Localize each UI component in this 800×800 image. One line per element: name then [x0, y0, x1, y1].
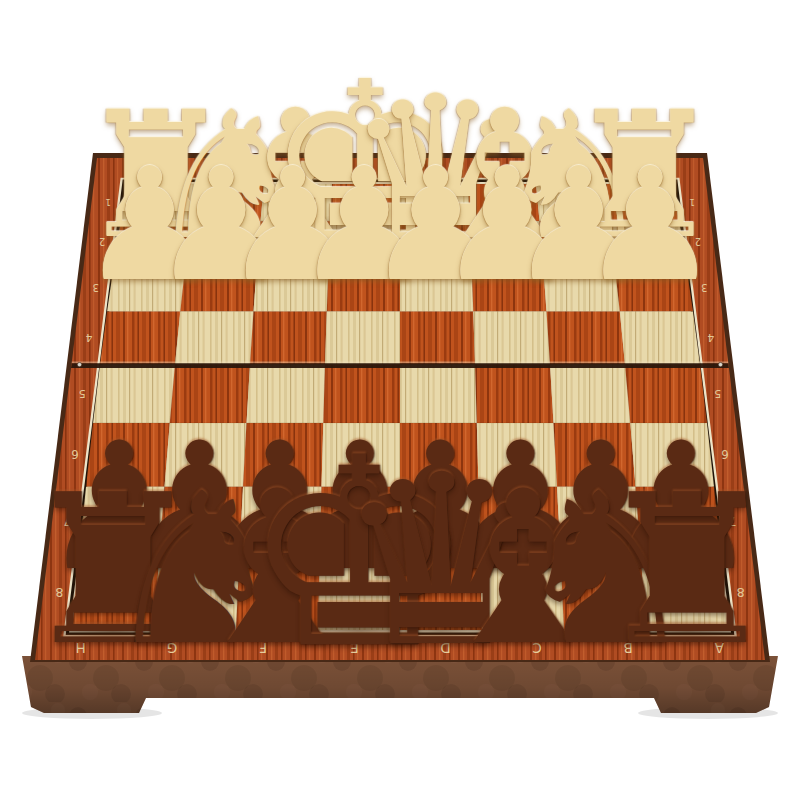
- product-photo: HGFEDCBA1122334455667788 ♜♞♝♚♛♝♞♜♟♟♟♟♟♟♟…: [0, 0, 800, 800]
- pieces-layer: ♜♞♝♚♛♝♞♜♟♟♟♟♟♟♟♟♟♟♟♟♟♟♟♟♜♞♝♚♛♝♞♜: [0, 0, 800, 800]
- piece-black-rook-a8[interactable]: ♜: [594, 468, 780, 675]
- piece-white-pawn-a2[interactable]: ♟: [580, 147, 720, 303]
